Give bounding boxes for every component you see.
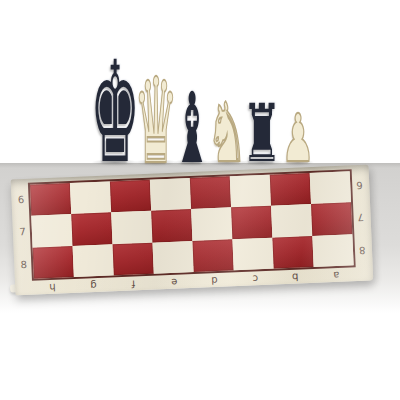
rank-label-rotated: 6	[356, 180, 363, 191]
white-queen: ♛	[134, 62, 178, 180]
board-square-c8	[232, 237, 273, 270]
board-square-e7	[151, 209, 192, 242]
board-square-e8	[152, 241, 193, 274]
file-label-rotated: g	[73, 279, 114, 292]
white-pawn: ♟	[281, 106, 314, 172]
rank-label-rotated: 8	[359, 245, 366, 256]
board-square-d8	[192, 239, 233, 272]
board-square-g6	[70, 181, 111, 214]
board-square-f6	[110, 180, 151, 213]
board-square-h7	[31, 214, 72, 247]
black-king: ♚	[90, 43, 140, 183]
vinyl-chess-mat: 678 678 hgfedcba	[11, 165, 374, 296]
board-square-f8	[113, 242, 154, 275]
board-square-g7	[71, 213, 112, 246]
board-square-b7	[271, 204, 312, 237]
file-label-rotated: d	[194, 274, 235, 287]
board-square-f7	[111, 211, 152, 244]
board-square-d7	[191, 208, 232, 241]
file-label-rotated: c	[234, 273, 275, 286]
board-square-b6	[270, 173, 311, 206]
rank-label: 6	[18, 194, 25, 205]
black-rook: ♜	[242, 94, 282, 174]
board-square-g8	[73, 244, 114, 277]
board-square-h6	[30, 183, 71, 216]
rank-label-rotated: 7	[358, 212, 365, 223]
rank-label: 8	[20, 259, 27, 270]
chess-board	[28, 169, 356, 280]
product-photo-chess-set: ♚♛♝♞♜♟ 678 678 hgfedcba	[0, 0, 400, 400]
rank-label: 7	[19, 226, 26, 237]
board-square-h8	[33, 246, 74, 279]
rank-labels-right: 678	[353, 169, 370, 267]
file-label-rotated: b	[275, 271, 316, 284]
board-square-e6	[150, 178, 191, 211]
board-square-a7	[311, 203, 352, 236]
file-label-rotated: h	[32, 281, 73, 294]
board-square-a6	[310, 171, 351, 204]
file-label-rotated: e	[153, 276, 194, 289]
board-square-d6	[190, 176, 231, 209]
file-label-rotated: f	[113, 278, 154, 291]
board-square-c7	[231, 206, 272, 239]
board-square-a8	[312, 234, 353, 267]
file-label-rotated: a	[315, 269, 356, 282]
board-square-c6	[230, 175, 271, 208]
board-square-b8	[272, 236, 313, 269]
